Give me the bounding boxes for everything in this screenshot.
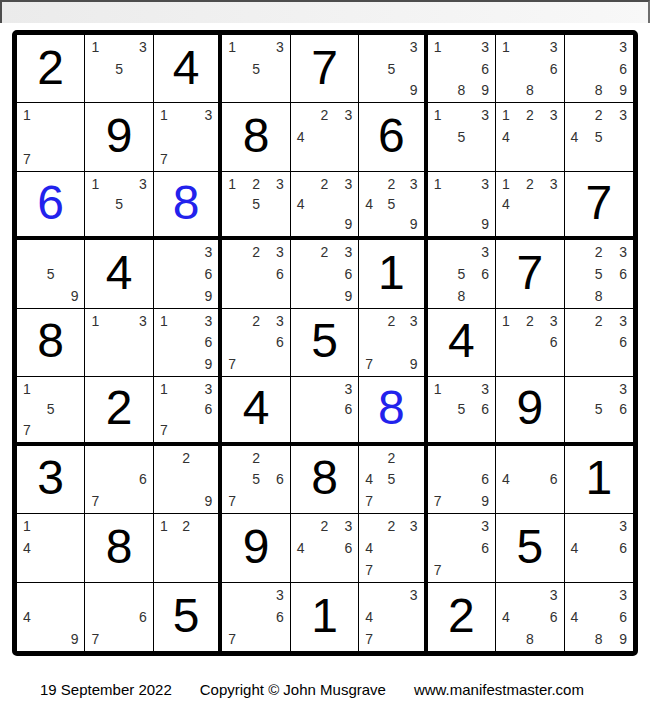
- solved-digit-blue: 8: [378, 384, 405, 432]
- pencil-mark-1: [567, 585, 588, 606]
- pencil-mark-3: 3: [267, 242, 288, 263]
- pencil-mark-8: 8: [451, 285, 472, 306]
- pencil-mark-7: [430, 214, 451, 234]
- cell-r3c4[interactable]: 1235: [222, 172, 290, 240]
- pencil-mark-9: 9: [61, 285, 82, 306]
- pencil-mark-9: [540, 628, 561, 649]
- cell-r4c9[interactable]: 23568: [565, 240, 633, 308]
- pencil-mark-2: [245, 37, 266, 58]
- pencil-mark-3: 3: [267, 311, 288, 332]
- pencil-mark-7: 7: [224, 628, 245, 649]
- pencil-mark-1: 1: [19, 516, 40, 537]
- pencil-mark-6: [610, 127, 631, 148]
- pencil-mark-5: [245, 606, 266, 627]
- cell-r5c8[interactable]: 1236: [496, 309, 564, 377]
- pencil-mark-9: [610, 353, 631, 374]
- pencil-marks: 23568: [567, 242, 631, 305]
- cell-r9c2[interactable]: 67: [85, 583, 153, 651]
- pencil-mark-6: [335, 127, 356, 148]
- pencil-mark-6: 6: [196, 332, 216, 353]
- cell-r6c1[interactable]: 157: [17, 377, 85, 445]
- cell-r8c4[interactable]: 9: [222, 514, 290, 582]
- cell-r2c5[interactable]: 234: [291, 103, 359, 171]
- pencil-marks: 36: [293, 379, 356, 439]
- given-digit: 7: [516, 249, 543, 297]
- pencil-mark-1: 1: [498, 311, 519, 332]
- pencil-mark-8: [314, 420, 335, 440]
- pencil-mark-9: 9: [402, 353, 422, 374]
- pencil-mark-9: [540, 490, 561, 511]
- pencil-marks: 137: [156, 105, 216, 168]
- pencil-mark-4: 4: [19, 537, 40, 558]
- pencil-mark-4: [430, 399, 451, 419]
- footer-website: www.manifestmaster.com: [414, 681, 584, 698]
- pencil-mark-5: [588, 332, 609, 353]
- pencil-marks: 23459: [361, 174, 421, 234]
- given-digit: 1: [378, 249, 405, 297]
- pencil-mark-7: [293, 214, 314, 234]
- pencil-marks: 29: [156, 448, 216, 511]
- cell-r6c7[interactable]: 1356: [428, 377, 496, 445]
- cell-r5c6[interactable]: 2379: [359, 309, 427, 377]
- pencil-mark-3: 3: [267, 174, 288, 194]
- pencil-marks: 17: [19, 105, 82, 168]
- cell-r8c3[interactable]: 12: [154, 514, 222, 582]
- cell-r8c6[interactable]: 2347: [359, 514, 427, 582]
- pencil-mark-3: 3: [402, 585, 422, 606]
- cell-r1c4[interactable]: 135: [222, 35, 290, 103]
- pencil-mark-7: 7: [87, 628, 108, 649]
- pencil-mark-3: 3: [540, 311, 561, 332]
- pencil-mark-4: [498, 58, 519, 79]
- cell-r7c3[interactable]: 29: [154, 446, 222, 514]
- pencil-mark-3: 3: [196, 379, 216, 399]
- cell-r9c4[interactable]: 367: [222, 583, 290, 651]
- pencil-mark-5: [519, 469, 540, 490]
- pencil-mark-3: 3: [335, 242, 356, 263]
- pencil-mark-6: [61, 537, 82, 558]
- pencil-mark-3: 3: [335, 105, 356, 126]
- pencil-mark-3: 3: [196, 311, 216, 332]
- pencil-mark-5: [314, 263, 335, 284]
- pencil-mark-1: [19, 242, 40, 263]
- pencil-mark-4: 4: [361, 537, 381, 558]
- pencil-mark-5: [314, 194, 335, 214]
- pencil-mark-9: [61, 148, 82, 169]
- pencil-mark-9: [610, 285, 631, 306]
- pencil-mark-8: 8: [451, 79, 472, 100]
- pencil-mark-3: 3: [335, 516, 356, 537]
- pencil-mark-8: [588, 148, 609, 169]
- pencil-mark-7: [293, 148, 314, 169]
- pencil-mark-5: 5: [245, 58, 266, 79]
- pencil-mark-7: [224, 79, 245, 100]
- pencil-marks: 2347: [361, 516, 421, 579]
- pencil-marks: 2345: [567, 105, 631, 168]
- pencil-marks: 1235: [224, 174, 287, 234]
- cell-r8c5[interactable]: 2346: [291, 514, 359, 582]
- cell-r6c9[interactable]: 356: [565, 377, 633, 445]
- pencil-mark-2: [519, 585, 540, 606]
- cell-r9c6[interactable]: 347: [359, 583, 427, 651]
- cell-r2c6[interactable]: 6: [359, 103, 427, 171]
- pencil-mark-3: 3: [130, 174, 151, 194]
- pencil-mark-6: 6: [610, 58, 631, 79]
- pencil-mark-7: [87, 79, 108, 100]
- pencil-marks: 67: [87, 448, 150, 511]
- pencil-mark-4: 4: [498, 469, 519, 490]
- given-digit: 5: [311, 317, 338, 365]
- cell-r4c8[interactable]: 7: [496, 240, 564, 308]
- cell-r9c9[interactable]: 34689: [565, 583, 633, 651]
- pencil-mark-5: [519, 606, 540, 627]
- cell-r5c5[interactable]: 5: [291, 309, 359, 377]
- pencil-marks: 2379: [361, 311, 421, 374]
- cell-r7c2[interactable]: 67: [85, 446, 153, 514]
- pencil-mark-4: [567, 263, 588, 284]
- pencil-mark-7: 7: [156, 148, 176, 169]
- pencil-mark-2: [245, 585, 266, 606]
- pencil-mark-5: 5: [588, 263, 609, 284]
- pencil-mark-3: [472, 448, 493, 469]
- cell-r7c1[interactable]: 3: [17, 446, 85, 514]
- pencil-mark-2: 2: [314, 105, 335, 126]
- pencil-mark-2: 2: [519, 311, 540, 332]
- cell-r6c4[interactable]: 4: [222, 377, 290, 445]
- cell-r7c8[interactable]: 46: [496, 446, 564, 514]
- pencil-mark-9: [267, 285, 288, 306]
- cell-r8c2[interactable]: 8: [85, 514, 153, 582]
- pencil-mark-3: [196, 516, 216, 537]
- cell-r3c1[interactable]: 6: [17, 172, 85, 240]
- cell-r2c1[interactable]: 17: [17, 103, 85, 171]
- pencil-marks: 46: [498, 448, 561, 511]
- pencil-mark-2: [588, 37, 609, 58]
- pencil-mark-7: 7: [430, 558, 451, 579]
- pencil-mark-8: [381, 353, 401, 374]
- pencil-mark-9: 9: [335, 214, 356, 234]
- pencil-mark-5: 5: [245, 194, 266, 214]
- pencil-mark-7: [430, 285, 451, 306]
- cell-r9c8[interactable]: 3468: [496, 583, 564, 651]
- cell-r3c8[interactable]: 1234: [496, 172, 564, 240]
- given-digit: 9: [243, 523, 270, 571]
- pencil-mark-4: [19, 263, 40, 284]
- cell-r9c3[interactable]: 5: [154, 583, 222, 651]
- pencil-mark-6: [61, 263, 82, 284]
- pencil-mark-4: 4: [567, 127, 588, 148]
- pencil-marks: 369: [156, 242, 216, 305]
- cell-r1c1[interactable]: 2: [17, 35, 85, 103]
- pencil-mark-5: [381, 537, 401, 558]
- cell-r4c7[interactable]: 3568: [428, 240, 496, 308]
- pencil-mark-6: 6: [335, 263, 356, 284]
- pencil-mark-7: [567, 558, 588, 579]
- cell-r2c4[interactable]: 8: [222, 103, 290, 171]
- pencil-mark-1: 1: [224, 37, 245, 58]
- pencil-marks: 1369: [156, 311, 216, 374]
- pencil-mark-6: 6: [540, 606, 561, 627]
- cell-r3c6[interactable]: 23459: [359, 172, 427, 240]
- cell-r7c6[interactable]: 2457: [359, 446, 427, 514]
- pencil-marks: 2369: [293, 242, 356, 305]
- cell-r8c8[interactable]: 5: [496, 514, 564, 582]
- pencil-mark-1: [293, 174, 314, 194]
- cell-r4c4[interactable]: 236: [222, 240, 290, 308]
- pencil-mark-5: 5: [40, 263, 61, 284]
- pencil-mark-5: [245, 263, 266, 284]
- cell-r2c9[interactable]: 2345: [565, 103, 633, 171]
- cell-r3c7[interactable]: 139: [428, 172, 496, 240]
- pencil-mark-3: 3: [402, 37, 422, 58]
- pencil-mark-8: 8: [588, 79, 609, 100]
- pencil-mark-4: 4: [293, 127, 314, 148]
- pencil-mark-2: 2: [588, 242, 609, 263]
- pencil-mark-2: [176, 105, 196, 126]
- cell-r1c7[interactable]: 13689: [428, 35, 496, 103]
- pencil-mark-7: [19, 628, 40, 649]
- pencil-mark-1: 1: [87, 311, 108, 332]
- pencil-marks: 2346: [293, 516, 356, 579]
- pencil-mark-6: 6: [267, 469, 288, 490]
- cell-r1c3[interactable]: 4: [154, 35, 222, 103]
- pencil-mark-5: [314, 399, 335, 419]
- pencil-mark-5: 5: [451, 263, 472, 284]
- pencil-mark-7: [498, 148, 519, 169]
- pencil-mark-2: [519, 448, 540, 469]
- pencil-mark-8: [245, 79, 266, 100]
- cell-r2c8[interactable]: 1234: [496, 103, 564, 171]
- pencil-mark-3: [402, 448, 422, 469]
- pencil-mark-6: 6: [267, 332, 288, 353]
- pencil-mark-2: [40, 585, 61, 606]
- pencil-mark-3: [61, 105, 82, 126]
- pencil-mark-7: [293, 420, 314, 440]
- cell-r2c3[interactable]: 137: [154, 103, 222, 171]
- cell-r1c6[interactable]: 359: [359, 35, 427, 103]
- pencil-mark-1: [224, 242, 245, 263]
- cell-r4c6[interactable]: 1: [359, 240, 427, 308]
- cell-r5c2[interactable]: 13: [85, 309, 153, 377]
- given-digit: 8: [106, 523, 133, 571]
- cell-r7c4[interactable]: 2567: [222, 446, 290, 514]
- pencil-mark-4: [361, 332, 381, 353]
- pencil-mark-8: [451, 420, 472, 440]
- cell-r1c9[interactable]: 3689: [565, 35, 633, 103]
- pencil-mark-1: [361, 448, 381, 469]
- pencil-mark-1: 1: [87, 174, 108, 194]
- cell-r1c5[interactable]: 7: [291, 35, 359, 103]
- cell-r6c2[interactable]: 2: [85, 377, 153, 445]
- footer-copyright: Copyright © John Musgrave: [200, 681, 386, 698]
- pencil-mark-8: [451, 214, 472, 234]
- cell-r4c1[interactable]: 59: [17, 240, 85, 308]
- cell-r5c4[interactable]: 2367: [222, 309, 290, 377]
- pencil-mark-4: [567, 399, 588, 419]
- cell-r2c7[interactable]: 135: [428, 103, 496, 171]
- given-digit: 4: [173, 44, 200, 92]
- pencil-mark-6: [130, 332, 151, 353]
- pencil-mark-8: [451, 558, 472, 579]
- cell-r6c8[interactable]: 9: [496, 377, 564, 445]
- pencil-mark-5: [588, 58, 609, 79]
- pencil-mark-7: 7: [87, 490, 108, 511]
- pencil-marks: 1368: [498, 37, 561, 100]
- pencil-mark-6: [402, 58, 422, 79]
- pencil-mark-7: [567, 628, 588, 649]
- pencil-mark-2: [451, 448, 472, 469]
- pencil-mark-1: 1: [224, 174, 245, 194]
- cell-r7c9[interactable]: 1: [565, 446, 633, 514]
- given-digit: 2: [106, 384, 133, 432]
- pencil-mark-7: [430, 79, 451, 100]
- pencil-mark-4: [156, 537, 176, 558]
- pencil-mark-8: [176, 420, 196, 440]
- pencil-mark-9: 9: [472, 214, 493, 234]
- cell-r8c9[interactable]: 346: [565, 514, 633, 582]
- cell-r2c2[interactable]: 9: [85, 103, 153, 171]
- pencil-mark-2: [451, 242, 472, 263]
- pencil-mark-2: [588, 585, 609, 606]
- pencil-mark-7: [87, 353, 108, 374]
- cell-r3c3[interactable]: 8: [154, 172, 222, 240]
- pencil-mark-3: 3: [472, 37, 493, 58]
- pencil-mark-1: [498, 448, 519, 469]
- pencil-mark-3: 3: [472, 242, 493, 263]
- pencil-mark-8: [381, 628, 401, 649]
- pencil-mark-9: 9: [61, 628, 82, 649]
- pencil-mark-9: [267, 353, 288, 374]
- pencil-mark-5: 5: [588, 399, 609, 419]
- pencil-mark-1: [567, 516, 588, 537]
- pencil-mark-1: [567, 242, 588, 263]
- pencil-mark-4: [156, 469, 176, 490]
- pencil-mark-2: 2: [588, 105, 609, 126]
- pencil-mark-6: [61, 399, 82, 419]
- pencil-mark-3: 3: [472, 105, 493, 126]
- cell-r6c3[interactable]: 1367: [154, 377, 222, 445]
- cell-r1c2[interactable]: 135: [85, 35, 153, 103]
- cell-r5c3[interactable]: 1369: [154, 309, 222, 377]
- pencil-mark-9: [335, 148, 356, 169]
- pencil-mark-8: [245, 285, 266, 306]
- pencil-mark-1: [293, 242, 314, 263]
- pencil-mark-2: 2: [381, 448, 401, 469]
- cell-r4c3[interactable]: 369: [154, 240, 222, 308]
- pencil-mark-8: [109, 79, 130, 100]
- pencil-mark-6: 6: [610, 332, 631, 353]
- pencil-mark-9: [196, 558, 216, 579]
- pencil-mark-5: [176, 399, 196, 419]
- cell-r4c5[interactable]: 2369: [291, 240, 359, 308]
- pencil-mark-8: [314, 148, 335, 169]
- pencil-mark-5: [176, 263, 196, 284]
- pencil-mark-4: 4: [361, 606, 381, 627]
- given-digit: 3: [37, 454, 64, 502]
- pencil-mark-6: [130, 58, 151, 79]
- pencil-mark-5: [40, 127, 61, 148]
- pencil-marks: 135: [430, 105, 493, 168]
- cell-r6c6[interactable]: 8: [359, 377, 427, 445]
- pencil-mark-1: [430, 242, 451, 263]
- pencil-mark-2: [109, 174, 130, 194]
- pencil-mark-8: [245, 214, 266, 234]
- cell-r3c2[interactable]: 135: [85, 172, 153, 240]
- pencil-mark-9: [472, 420, 493, 440]
- pencil-mark-4: [361, 58, 381, 79]
- cell-r8c1[interactable]: 14: [17, 514, 85, 582]
- pencil-mark-3: 3: [335, 174, 356, 194]
- pencil-mark-1: 1: [498, 174, 519, 194]
- pencil-mark-7: 7: [361, 628, 381, 649]
- pencil-mark-5: [381, 606, 401, 627]
- cell-r4c2[interactable]: 4: [85, 240, 153, 308]
- pencil-mark-7: 7: [156, 420, 176, 440]
- pencil-mark-6: 6: [610, 606, 631, 627]
- pencil-mark-1: [430, 448, 451, 469]
- pencil-mark-6: [61, 127, 82, 148]
- pencil-mark-5: [588, 537, 609, 558]
- pencil-mark-1: [293, 379, 314, 399]
- pencil-mark-5: [451, 537, 472, 558]
- cell-r5c1[interactable]: 8: [17, 309, 85, 377]
- pencil-marks: 346: [567, 516, 631, 579]
- cell-r1c8[interactable]: 1368: [496, 35, 564, 103]
- pencil-mark-4: [224, 263, 245, 284]
- pencil-mark-9: [610, 148, 631, 169]
- pencil-mark-8: [40, 628, 61, 649]
- cell-r9c7[interactable]: 2: [428, 583, 496, 651]
- pencil-mark-9: 9: [196, 490, 216, 511]
- cell-r9c5[interactable]: 1: [291, 583, 359, 651]
- cell-r6c5[interactable]: 36: [291, 377, 359, 445]
- pencil-mark-5: 5: [109, 58, 130, 79]
- pencil-mark-6: 6: [196, 399, 216, 419]
- pencil-marks: 3689: [567, 37, 631, 100]
- cell-r5c7[interactable]: 4: [428, 309, 496, 377]
- pencil-mark-3: [196, 448, 216, 469]
- pencil-mark-1: [293, 516, 314, 537]
- pencil-mark-2: 2: [176, 448, 196, 469]
- cell-r5c9[interactable]: 236: [565, 309, 633, 377]
- pencil-mark-2: 2: [588, 311, 609, 332]
- pencil-mark-3: 3: [267, 585, 288, 606]
- pencil-mark-1: [567, 311, 588, 332]
- pencil-mark-1: [293, 105, 314, 126]
- pencil-mark-3: 3: [196, 242, 216, 263]
- cell-r8c7[interactable]: 367: [428, 514, 496, 582]
- pencil-mark-5: [109, 469, 130, 490]
- pencil-mark-2: [588, 516, 609, 537]
- given-digit: 5: [173, 592, 200, 640]
- pencil-mark-4: [156, 332, 176, 353]
- pencil-mark-6: [196, 469, 216, 490]
- pencil-mark-6: [540, 127, 561, 148]
- cell-r3c5[interactable]: 2349: [291, 172, 359, 240]
- pencil-mark-9: 9: [196, 285, 216, 306]
- cell-r7c7[interactable]: 679: [428, 446, 496, 514]
- pencil-mark-5: [109, 606, 130, 627]
- pencil-mark-6: [472, 194, 493, 214]
- pencil-mark-8: [381, 79, 401, 100]
- pencil-mark-4: [224, 194, 245, 214]
- pencil-mark-5: [381, 332, 401, 353]
- cell-r7c5[interactable]: 8: [291, 446, 359, 514]
- cell-r3c9[interactable]: 7: [565, 172, 633, 240]
- pencil-mark-6: 6: [540, 469, 561, 490]
- pencil-mark-5: [109, 332, 130, 353]
- cell-r9c1[interactable]: 49: [17, 583, 85, 651]
